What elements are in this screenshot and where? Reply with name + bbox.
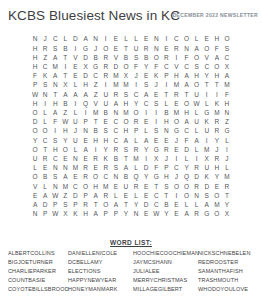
grid-cell: D (81, 53, 91, 62)
grid-cell: E (81, 136, 91, 145)
grid-cell: I (131, 81, 141, 90)
grid-cell: R (81, 173, 91, 182)
grid-cell: E (81, 155, 91, 164)
grid-cell: A (111, 201, 121, 210)
grid-cell: E (70, 72, 80, 81)
grid-cell: A (182, 72, 192, 81)
word-list-item: BIGJOETURNER (8, 257, 68, 266)
grid-cell: R (131, 145, 141, 154)
grid-cell: L (182, 155, 192, 164)
grid-cell: I (202, 136, 212, 145)
grid-cell: A (141, 90, 151, 99)
grid-cell: L (60, 35, 70, 44)
grid-cell: J (212, 145, 222, 154)
grid-cell: M (202, 145, 212, 154)
grid-cell: T (50, 90, 60, 99)
grid-cell: E (171, 201, 181, 210)
grid-cell: M (50, 63, 60, 72)
grid-cell: M (121, 81, 131, 90)
grid-cell: S (202, 191, 212, 200)
grid-cell: G (151, 173, 161, 182)
grid-cell: E (171, 99, 181, 108)
word-list-title: WORD LIST: (110, 239, 152, 246)
grid-cell: L (192, 127, 202, 136)
grid-cell: N (30, 210, 40, 219)
grid-cell: O (81, 182, 91, 191)
grid-cell: W (192, 99, 202, 108)
grid-cell: Y (141, 145, 151, 154)
grid-cell: E (111, 44, 121, 53)
word-list-item: JULIALEE (133, 266, 198, 275)
grid-cell: G (202, 109, 212, 118)
grid-cell: M (111, 81, 121, 90)
grid-cell: U (30, 155, 40, 164)
grid-cell: E (111, 35, 121, 44)
grid-cell: I (70, 44, 80, 53)
grid-cell: H (212, 72, 222, 81)
grid-cell: C (171, 164, 181, 173)
grid-cell: D (70, 191, 80, 200)
grid-cell: R (101, 164, 111, 173)
grid-cell: A (81, 90, 91, 99)
grid-cell: S (121, 90, 131, 99)
grid-cell: A (111, 99, 121, 108)
grid-cell: A (30, 201, 40, 210)
grid-cell: L (141, 127, 151, 136)
grid-cell: C (50, 155, 60, 164)
grid-cell: C (111, 127, 121, 136)
grid-cell: M (121, 109, 131, 118)
grid-cell: O (171, 118, 181, 127)
grid-cell: H (212, 35, 222, 44)
grid-cell: F (182, 53, 192, 62)
grid-cell: A (81, 35, 91, 44)
grid-cell: L (70, 145, 80, 154)
grid-cell: L (131, 136, 141, 145)
grid-cell: K (202, 118, 212, 127)
grid-cell: U (121, 182, 131, 191)
grid-cell: O (101, 201, 111, 210)
word-list-item: MILLAGEGILBERT (133, 284, 198, 293)
grid-cell: H (50, 145, 60, 154)
grid-cell: I (101, 81, 111, 90)
grid-cell: V (171, 63, 181, 72)
grid-cell: W (151, 210, 161, 219)
word-list-item: ELECTIONS (68, 266, 133, 275)
grid-cell: X (60, 81, 70, 90)
word-list-item: JAYMCSHANN (133, 257, 198, 266)
grid-cell: L (161, 99, 171, 108)
grid-cell: N (81, 127, 91, 136)
grid-cell: E (101, 118, 111, 127)
grid-cell: J (171, 136, 181, 145)
grid-cell: W (60, 118, 70, 127)
grid-cell: O (30, 109, 40, 118)
grid-cell: O (182, 182, 192, 191)
grid-cell: L (121, 35, 131, 44)
grid-cell: L (192, 109, 202, 118)
grid-cell: B (161, 201, 171, 210)
grid-cell: I (91, 145, 101, 154)
grid-cell: P (81, 118, 91, 127)
grid-cell: E (161, 136, 171, 145)
word-list-item: NICKSCHNEBELEN (198, 248, 258, 257)
grid-cell: J (161, 155, 171, 164)
grid-cell: O (182, 35, 192, 44)
grid-cell: D (40, 201, 50, 210)
grid-cell: S (121, 145, 131, 154)
grid-cell: T (202, 81, 212, 90)
grid-cell: N (50, 182, 60, 191)
grid-cell: V (91, 99, 101, 108)
grid-cell: E (212, 182, 222, 191)
grid-cell: O (212, 63, 222, 72)
grid-cell: C (171, 35, 181, 44)
grid-cell: M (212, 109, 222, 118)
grid-cell: B (121, 173, 131, 182)
grid-cell: H (91, 136, 101, 145)
word-list-item: HAPPYNEWYEAR (68, 275, 133, 284)
grid-cell: H (192, 72, 202, 81)
grid-cell: E (171, 145, 181, 154)
grid-cell: T (212, 81, 222, 90)
grid-cell: U (192, 118, 202, 127)
grid-cell: Z (91, 90, 101, 99)
grid-cell: O (91, 173, 101, 182)
grid-cell: R (81, 164, 91, 173)
grid-cell: Q (131, 173, 141, 182)
grid-cell: W (50, 210, 60, 219)
grid-cell: D (202, 182, 212, 191)
grid-cell: T (182, 90, 192, 99)
grid-cell: H (161, 173, 171, 182)
word-list-item: COUNTBASIE (8, 275, 68, 284)
grid-cell: Z (40, 53, 50, 62)
grid-cell: O (121, 63, 131, 72)
grid-cell: U (70, 136, 80, 145)
grid-cell: O (202, 44, 212, 53)
grid-cell: H (161, 118, 171, 127)
grid-cell: V (202, 53, 212, 62)
grid-cell: Y (101, 145, 111, 154)
grid-cell: N (151, 44, 161, 53)
grid-cell: N (111, 173, 121, 182)
grid-cell: V (70, 53, 80, 62)
grid-cell: P (111, 210, 121, 219)
grid-cell: U (192, 90, 202, 99)
grid-cell: E (151, 136, 161, 145)
grid-cell: E (171, 210, 181, 219)
grid-cell: O (182, 191, 192, 200)
grid-cell: K (101, 155, 111, 164)
grid-cell: M (212, 201, 222, 210)
grid-cell: A (91, 191, 101, 200)
grid-cell: J (91, 44, 101, 53)
grid-cell: X (81, 63, 91, 72)
grid-cell: H (30, 53, 40, 62)
grid-cell: F (50, 118, 60, 127)
grid-cell: M (222, 173, 232, 182)
grid-cell: O (192, 53, 202, 62)
grid-cell: B (40, 173, 50, 182)
grid-cell: A (212, 53, 222, 62)
grid-cell: C (50, 35, 60, 44)
grid-cell: J (131, 72, 141, 81)
grid-cell: M (171, 109, 181, 118)
word-list-header: WORD LIST: (0, 239, 262, 246)
grid-cell: C (101, 173, 111, 182)
grid-cell: L (222, 164, 232, 173)
grid-cell: Y (131, 201, 141, 210)
grid-cell: E (91, 164, 101, 173)
letter-grid: NJCLDANIELLENICOLEHOHRSBIGJOETURNERNAOFS… (30, 35, 232, 219)
grid-cell: I (70, 99, 80, 108)
word-list-item: DCBELLAMY (68, 257, 133, 266)
grid-cell: K (40, 72, 50, 81)
grid-cell: A (91, 210, 101, 219)
grid-cell: I (81, 109, 91, 118)
grid-cell: E (141, 72, 151, 81)
grid-cell: P (70, 201, 80, 210)
grid-cell: P (81, 191, 91, 200)
grid-cell: K (70, 210, 80, 219)
grid-cell: C (40, 136, 50, 145)
grid-cell: E (141, 182, 151, 191)
grid-cell: L (70, 81, 80, 90)
grid-cell: U (202, 164, 212, 173)
grid-cell: S (40, 81, 50, 90)
grid-cell: D (30, 118, 40, 127)
grid-cell: C (40, 63, 50, 72)
grid-cell: S (111, 164, 121, 173)
grid-cell: C (202, 63, 212, 72)
grid-cell: R (111, 90, 121, 99)
grid-cell: I (50, 127, 60, 136)
grid-cell: A (192, 136, 202, 145)
grid-cell: B (111, 155, 121, 164)
grid-cell: C (111, 136, 121, 145)
grid-cell: R (40, 44, 50, 53)
grid-cell: H (30, 99, 40, 108)
grid-cell: T (91, 118, 101, 127)
grid-cell: I (60, 63, 70, 72)
grid-cell: G (202, 210, 212, 219)
grid-cell: C (222, 53, 232, 62)
grid-cell: N (161, 127, 171, 136)
grid-cell: R (222, 182, 232, 191)
grid-cell: E (161, 44, 171, 53)
grid-cell: F (151, 63, 161, 72)
grid-cell: O (60, 145, 70, 154)
word-list-item: MERRYCHRISTMAS (133, 275, 198, 284)
grid-cell: U (202, 127, 212, 136)
grid-cell: U (131, 44, 141, 53)
grid-cell: U (101, 99, 111, 108)
grid-cell: R (192, 210, 202, 219)
grid-cell: M (111, 72, 121, 81)
grid-cell: R (101, 63, 111, 72)
grid-cell: P (131, 127, 141, 136)
grid-cell: Y (121, 210, 131, 219)
word-list-item: CHARLIEPARKER (8, 266, 68, 275)
grid-cell: T (40, 145, 50, 154)
grid-cell: H (30, 44, 40, 53)
grid-cell: S (141, 81, 151, 90)
grid-cell: P (101, 210, 111, 219)
grid-cell: M (101, 182, 111, 191)
grid-cell: O (151, 53, 161, 62)
grid-cell: I (141, 155, 151, 164)
grid-cell: T (151, 182, 161, 191)
grid-cell: E (60, 155, 70, 164)
grid-cell: O (222, 35, 232, 44)
grid-cell: O (101, 44, 111, 53)
grid-cell: I (202, 90, 212, 99)
grid-cell: T (91, 201, 101, 210)
grid-cell: D (81, 72, 91, 81)
word-list-item: TRASHMOUTH (198, 275, 258, 284)
grid-cell: R (101, 191, 111, 200)
grid-cell: N (111, 109, 121, 118)
grid-cell: P (40, 210, 50, 219)
grid-cell: R (192, 164, 202, 173)
grid-cell: Y (222, 201, 232, 210)
grid-cell: K (212, 99, 222, 108)
grid-cell: T (121, 44, 131, 53)
grid-cell: B (91, 53, 101, 62)
word-list-item: DANIELLENICOLE (68, 248, 133, 257)
grid-cell: Q (81, 99, 91, 108)
grid-cell: F (182, 136, 192, 145)
word-list-item: REDROOSTER (198, 257, 258, 266)
grid-cell: N (60, 164, 70, 173)
grid-cell: J (151, 81, 161, 90)
grid-cell: V (111, 53, 121, 62)
grid-cell: U (101, 90, 111, 99)
grid-cell: I (171, 155, 181, 164)
grid-cell: H (121, 99, 131, 108)
word-list-item: COYOTEBILLSBROOD (8, 284, 68, 293)
grid-cell: K (151, 72, 161, 81)
grid-cell: F (151, 164, 161, 173)
grid-cell: Y (212, 173, 222, 182)
page-title: KCBS Bluesiest News in KC (8, 8, 180, 23)
grid-cell: R (161, 53, 171, 62)
grid-cell: S (131, 53, 141, 62)
word-list-item: ALBERTCOLLINS (8, 248, 68, 257)
grid-cell: B (91, 127, 101, 136)
grid-cell: R (101, 53, 111, 62)
word-list-item: HONEYMANMARK (68, 284, 133, 293)
grid-cell: X (60, 210, 70, 219)
grid-cell: P (161, 164, 171, 173)
grid-cell: A (60, 173, 70, 182)
grid-cell: B (60, 44, 70, 53)
grid-cell: D (111, 63, 121, 72)
grid-cell: R (81, 201, 91, 210)
grid-cell: G (171, 127, 181, 136)
grid-cell: B (121, 53, 131, 62)
grid-cell: A (40, 191, 50, 200)
grid-cell: B (161, 109, 171, 118)
grid-cell: W (50, 191, 60, 200)
grid-cell: L (131, 164, 141, 173)
grid-cell: L (40, 182, 50, 191)
grid-cell: R (171, 44, 181, 53)
grid-cell: A (50, 109, 60, 118)
newsletter-edition-label: DECEMBER 2022 NEWSLETTER (173, 12, 258, 18)
grid-cell: C (141, 99, 151, 108)
grid-cell: N (131, 210, 141, 219)
grid-cell: D (141, 201, 151, 210)
grid-cell: L (131, 35, 141, 44)
grid-cell: L (182, 201, 192, 210)
grid-cell: H (60, 127, 70, 136)
grid-cell: S (50, 44, 60, 53)
grid-cell: O (131, 109, 141, 118)
grid-cell: Y (131, 99, 141, 108)
grid-cell: A (182, 210, 192, 219)
grid-cell: H (30, 63, 40, 72)
grid-cell: F (30, 72, 40, 81)
grid-cell: Y (202, 72, 212, 81)
grid-cell: E (40, 164, 50, 173)
grid-cell: L (40, 118, 50, 127)
grid-cell: N (151, 35, 161, 44)
grid-cell: R (212, 118, 222, 127)
grid-cell: A (50, 53, 60, 62)
grid-cell: X (121, 72, 131, 81)
grid-cell: H (91, 182, 101, 191)
grid-cell: Y (141, 173, 151, 182)
grid-cell: I (212, 90, 222, 99)
grid-cell: I (151, 109, 161, 118)
grid-cell: H (50, 99, 60, 108)
grid-cell: F (212, 44, 222, 53)
grid-cell: R (91, 155, 101, 164)
grid-cell: M (91, 109, 101, 118)
grid-cell: X (151, 155, 161, 164)
grid-cell: T (60, 72, 70, 81)
grid-cell: A (81, 145, 91, 154)
grid-cell: A (70, 90, 80, 99)
grid-cell: I (161, 35, 171, 44)
word-list-item: HOOCHIECOOCHIEMAN (133, 248, 198, 257)
grid-cell: B (141, 53, 151, 62)
grid-cell: R (101, 72, 111, 81)
grid-cell: E (111, 182, 121, 191)
grid-cell: A (50, 72, 60, 81)
grid-cell: A (182, 118, 192, 127)
grid-cell: W (30, 90, 40, 99)
grid-cell: N (40, 90, 50, 99)
grid-cell: R (131, 182, 141, 191)
grid-cell: L (40, 109, 50, 118)
grid-cell: J (222, 155, 232, 164)
grid-cell: E (141, 35, 151, 44)
grid-cell: I (141, 109, 151, 118)
grid-cell: P (161, 72, 171, 81)
grid-cell: A (182, 81, 192, 90)
grid-cell: C (91, 72, 101, 81)
grid-cell: L (192, 35, 202, 44)
grid-cell: Z (60, 191, 70, 200)
grid-cell: S (60, 201, 70, 210)
grid-cell: I (40, 99, 50, 108)
grid-cell: L (192, 145, 202, 154)
grid-cell: E (151, 90, 161, 99)
grid-cell: A (192, 44, 202, 53)
